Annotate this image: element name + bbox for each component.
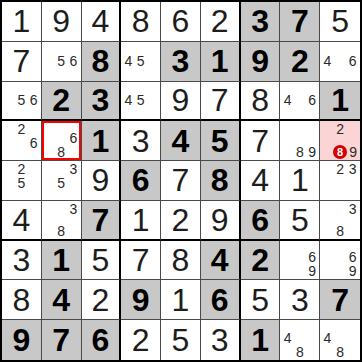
- given-digit: 1: [251, 324, 269, 356]
- candidate-empty: [321, 242, 334, 251]
- cell-r1c3[interactable]: 4: [82, 2, 122, 42]
- entered-digit: 1: [172, 284, 190, 316]
- cell-r6c1[interactable]: 4: [2, 201, 42, 241]
- candidate-9: 9: [306, 264, 318, 278]
- candidates: 23: [321, 162, 359, 199]
- entered-digit: 4: [92, 5, 110, 37]
- candidate-3: 3: [346, 162, 359, 176]
- candidate-empty: [28, 122, 40, 136]
- cell-r3c9[interactable]: 1: [320, 82, 360, 122]
- candidate-empty: [55, 131, 67, 145]
- entered-digit: 3: [132, 125, 150, 157]
- candidate-empty: [347, 122, 359, 136]
- candidate-empty: [294, 242, 306, 251]
- candidates: 48: [281, 321, 318, 359]
- candidate-empty: [294, 122, 306, 133]
- cell-r9c8[interactable]: 48: [280, 320, 320, 360]
- cell-r5c1[interactable]: 25: [2, 161, 42, 201]
- given-digit: 7: [291, 5, 309, 37]
- candidate-6: 6: [306, 93, 318, 107]
- candidate-3: 3: [346, 202, 359, 216]
- candidate-empty: [321, 250, 334, 264]
- candidate-empty: [28, 162, 40, 176]
- cell-r9c5[interactable]: 5: [161, 320, 201, 360]
- candidates: 56: [3, 83, 40, 119]
- candidate-empty: [281, 134, 293, 145]
- entered-digit: 8: [251, 84, 269, 116]
- given-digit: 4: [211, 244, 229, 276]
- candidates: 69: [321, 242, 359, 279]
- cell-r7c5[interactable]: 8: [161, 241, 201, 281]
- candidate-empty: [67, 145, 79, 159]
- candidate-2: 2: [334, 162, 347, 176]
- given-digit: 7: [331, 284, 349, 316]
- candidate-empty: [294, 331, 306, 345]
- candidate-5: 5: [55, 176, 67, 190]
- entered-digit: 1: [12, 5, 30, 37]
- candidate-empty: [334, 250, 347, 264]
- cell-r9c1[interactable]: 9: [2, 320, 42, 360]
- cell-r3c8[interactable]: 46: [280, 82, 320, 122]
- cell-r7c1[interactable]: 3: [2, 241, 42, 281]
- entered-digit: 8: [172, 244, 190, 276]
- candidate-empty: [147, 93, 159, 107]
- candidates: 69: [281, 242, 318, 279]
- candidate-empty: [321, 224, 334, 238]
- candidate-6: 6: [306, 250, 318, 264]
- candidate-empty: [15, 190, 27, 199]
- candidate-empty: [55, 68, 67, 79]
- cell-r2c3[interactable]: 8: [82, 42, 122, 82]
- cell-r3c1[interactable]: 56: [2, 82, 42, 122]
- candidates: 26: [3, 122, 40, 159]
- given-digit: 6: [251, 204, 269, 236]
- candidate-empty: [3, 107, 15, 118]
- candidate-6: 6: [28, 136, 40, 150]
- entered-digit: 2: [132, 324, 150, 356]
- candidate-empty: [43, 162, 55, 176]
- cell-r6c2[interactable]: 38: [42, 201, 82, 241]
- cell-r1c2[interactable]: 9: [42, 2, 82, 42]
- cell-r6c8[interactable]: 5: [280, 201, 320, 241]
- candidate-empty: [147, 43, 159, 54]
- candidate-empty: [43, 43, 55, 54]
- candidate-empty: [43, 145, 55, 159]
- given-digit: 7: [52, 324, 70, 356]
- candidate-empty: [334, 68, 347, 79]
- candidate-empty: [43, 216, 55, 224]
- cell-r5c2[interactable]: 35: [42, 161, 82, 201]
- candidate-empty: [321, 345, 334, 359]
- given-digit: 9: [132, 284, 150, 316]
- cell-r7c7[interactable]: 2: [241, 241, 281, 281]
- candidate-empty: [346, 176, 359, 187]
- candidate-empty: [122, 107, 134, 118]
- candidate-empty: [147, 107, 159, 118]
- given-digit: 3: [172, 45, 190, 77]
- candidate-5: 5: [15, 176, 27, 190]
- cell-r8c7[interactable]: 5: [241, 280, 281, 320]
- cell-r1c6[interactable]: 2: [201, 2, 241, 42]
- cell-r4c7[interactable]: 7: [241, 121, 281, 161]
- candidate-empty: [147, 54, 159, 68]
- cell-r3c3[interactable]: 3: [82, 82, 122, 122]
- cell-r4c6[interactable]: 5: [201, 121, 241, 161]
- candidates: 46: [321, 43, 359, 80]
- candidate-empty: [281, 345, 293, 359]
- candidate-empty: [15, 136, 27, 150]
- entered-digit: 1: [132, 204, 150, 236]
- candidate-empty: [281, 242, 293, 251]
- candidate-empty: [281, 250, 293, 264]
- candidate-empty: [43, 131, 55, 145]
- candidate-6: 6: [67, 54, 79, 68]
- candidate-6: 6: [346, 54, 359, 68]
- candidate-empty: [122, 68, 134, 79]
- candidate-empty: [306, 107, 318, 118]
- given-digit: 6: [132, 164, 150, 196]
- cell-r6c6[interactable]: 9: [201, 201, 241, 241]
- cell-r4c8[interactable]: 89: [280, 121, 320, 161]
- candidate-empty: [15, 150, 27, 159]
- entered-digit: 4: [251, 164, 269, 196]
- cell-r4c5[interactable]: 4: [161, 121, 201, 161]
- candidate-empty: [294, 250, 306, 264]
- candidate-empty: [321, 216, 334, 224]
- candidate-empty: [3, 136, 15, 150]
- candidate-empty: [55, 162, 67, 176]
- cell-r2c9[interactable]: 46: [320, 42, 360, 82]
- candidate-empty: [346, 68, 359, 79]
- candidate-empty: [67, 224, 79, 238]
- candidate-empty: [3, 190, 15, 199]
- candidate-empty: [281, 145, 293, 159]
- candidate-5: 5: [15, 93, 27, 107]
- candidate-empty: [3, 93, 15, 107]
- candidate-empty: [334, 321, 347, 331]
- candidate-empty: [321, 264, 334, 278]
- candidate-empty: [334, 43, 347, 54]
- candidate-empty: [334, 264, 347, 278]
- cell-r6c5[interactable]: 2: [161, 201, 201, 241]
- cell-r6c3[interactable]: 7: [82, 201, 122, 241]
- entered-digit: 2: [92, 284, 110, 316]
- given-digit: 3: [92, 84, 110, 116]
- cell-r3c5[interactable]: 9: [161, 82, 201, 122]
- candidate-empty: [346, 216, 359, 224]
- entered-digit: 8: [132, 5, 150, 37]
- sudoku-board: 1948623757568453192465623459784612668134…: [0, 0, 362, 362]
- cell-r1c8[interactable]: 7: [280, 2, 320, 42]
- candidate-empty: [281, 107, 293, 118]
- given-digit: 9: [251, 45, 269, 77]
- cell-r2c8[interactable]: 2: [280, 42, 320, 82]
- candidates: 48: [321, 321, 359, 359]
- cell-r3c2[interactable]: 2: [42, 82, 82, 122]
- cell-r7c4[interactable]: 7: [121, 241, 161, 281]
- cell-r7c9[interactable]: 69: [320, 241, 360, 281]
- entered-digit: 7: [12, 45, 30, 77]
- cell-r1c1[interactable]: 1: [2, 2, 42, 42]
- cell-r9c6[interactable]: 3: [201, 320, 241, 360]
- candidates: 45: [122, 83, 159, 119]
- candidate-empty: [3, 122, 15, 136]
- given-digit: 8: [92, 45, 110, 77]
- cell-r5c8[interactable]: 1: [280, 161, 320, 201]
- candidate-6: 6: [28, 93, 40, 107]
- cell-r2c7[interactable]: 9: [241, 42, 281, 82]
- candidate-6: 6: [67, 131, 79, 145]
- cell-r1c4[interactable]: 8: [121, 2, 161, 42]
- entered-digit: 2: [211, 5, 229, 37]
- cell-r6c4[interactable]: 1: [121, 201, 161, 241]
- cell-r8c6[interactable]: 6: [201, 280, 241, 320]
- candidate-empty: [15, 107, 27, 118]
- candidate-9: 9: [306, 145, 318, 159]
- given-digit: 4: [172, 125, 190, 157]
- entered-digit: 6: [172, 5, 190, 37]
- candidate-empty: [334, 202, 347, 216]
- candidate-empty: [43, 190, 55, 199]
- cell-r6c9[interactable]: 38: [320, 201, 360, 241]
- cell-r7c8[interactable]: 69: [280, 241, 320, 281]
- candidate-empty: [306, 122, 318, 133]
- candidate-2: 2: [333, 122, 347, 136]
- entered-digit: 5: [291, 204, 309, 236]
- candidate-empty: [346, 321, 359, 331]
- candidate-empty: [306, 321, 318, 331]
- entered-digit: 7: [251, 125, 269, 157]
- cell-r1c9[interactable]: 5: [320, 2, 360, 42]
- candidate-empty: [321, 145, 333, 159]
- given-digit: 2: [291, 45, 309, 77]
- candidate-empty: [28, 150, 40, 159]
- cell-r9c9[interactable]: 48: [320, 320, 360, 360]
- candidates: 38: [321, 202, 359, 238]
- given-digit: 5: [211, 125, 229, 157]
- candidates: 35: [43, 162, 80, 199]
- cell-r3c6[interactable]: 7: [201, 82, 241, 122]
- cell-r7c3[interactable]: 5: [82, 241, 122, 281]
- cell-r9c3[interactable]: 6: [82, 320, 122, 360]
- candidates: 45: [122, 43, 159, 80]
- candidate-empty: [55, 202, 67, 216]
- candidate-empty: [135, 107, 147, 118]
- cell-r5c6[interactable]: 8: [201, 161, 241, 201]
- given-digit: 9: [12, 324, 30, 356]
- entered-digit: 2: [172, 204, 190, 236]
- given-digit: 6: [211, 284, 229, 316]
- candidate-8: 8: [55, 145, 67, 159]
- candidate-empty: [3, 176, 15, 190]
- candidate-empty: [281, 122, 293, 133]
- cell-r7c2[interactable]: 1: [42, 241, 82, 281]
- candidate-8-circled: 8: [333, 145, 347, 159]
- candidate-empty: [321, 202, 334, 216]
- cell-r1c7[interactable]: 3: [241, 2, 281, 42]
- cell-r2c2[interactable]: 56: [42, 42, 82, 82]
- candidate-empty: [334, 242, 347, 251]
- cell-r4c9[interactable]: 289: [320, 121, 360, 161]
- candidate-empty: [334, 176, 347, 187]
- entered-digit: 7: [132, 244, 150, 276]
- entered-digit: 9: [92, 164, 110, 196]
- candidate-empty: [294, 264, 306, 278]
- given-digit: 7: [92, 204, 110, 236]
- entered-digit: 4: [12, 204, 30, 236]
- candidate-empty: [321, 136, 333, 145]
- entered-digit: 7: [211, 84, 229, 116]
- candidate-empty: [67, 190, 79, 199]
- entered-digit: 8: [12, 284, 30, 316]
- entered-digit: 7: [172, 164, 190, 196]
- cell-r5c7[interactable]: 4: [241, 161, 281, 201]
- cell-r1c5[interactable]: 6: [161, 2, 201, 42]
- cell-r9c7[interactable]: 1: [241, 320, 281, 360]
- candidate-9: 9: [347, 145, 359, 159]
- cell-r8c3[interactable]: 2: [82, 280, 122, 320]
- entered-digit: 9: [211, 204, 229, 236]
- candidate-empty: [67, 68, 79, 79]
- candidate-empty: [321, 122, 333, 136]
- given-digit: 1: [331, 84, 349, 116]
- candidate-8: 8: [55, 224, 67, 238]
- cell-r8c2[interactable]: 4: [42, 280, 82, 320]
- cell-r4c3[interactable]: 1: [82, 121, 122, 161]
- candidate-empty: [28, 107, 40, 118]
- cell-r6c7[interactable]: 6: [241, 201, 281, 241]
- candidates: 289: [321, 122, 359, 159]
- candidate-empty: [321, 68, 334, 79]
- candidate-4: 4: [281, 331, 293, 345]
- candidate-empty: [3, 83, 15, 94]
- given-digit: 4: [52, 284, 70, 316]
- entered-digit: 5: [92, 244, 110, 276]
- candidate-9: 9: [346, 264, 359, 278]
- given-digit: 2: [52, 84, 70, 116]
- cell-r7c6[interactable]: 4: [201, 241, 241, 281]
- candidate-5: 5: [55, 54, 67, 68]
- candidate-2: 2: [15, 162, 27, 176]
- cell-r4c1[interactable]: 26: [2, 121, 42, 161]
- candidate-empty: [334, 331, 347, 345]
- entered-digit: 9: [172, 84, 190, 116]
- candidate-empty: [135, 68, 147, 79]
- entered-digit: 3: [291, 284, 309, 316]
- candidate-empty: [346, 331, 359, 345]
- cell-r5c9[interactable]: 23: [320, 161, 360, 201]
- candidate-empty: [43, 202, 55, 216]
- candidate-empty: [55, 122, 67, 131]
- candidate-empty: [294, 83, 306, 94]
- entered-digit: 3: [12, 244, 30, 276]
- cell-r3c4[interactable]: 45: [121, 82, 161, 122]
- cell-r5c5[interactable]: 7: [161, 161, 201, 201]
- candidate-empty: [28, 176, 40, 190]
- candidate-empty: [43, 224, 55, 238]
- candidate-8: 8: [294, 345, 306, 359]
- candidate-3: 3: [67, 202, 79, 216]
- candidate-empty: [28, 190, 40, 199]
- candidate-5: 5: [135, 93, 147, 107]
- cell-r8c8[interactable]: 3: [280, 280, 320, 320]
- candidate-empty: [43, 176, 55, 190]
- cell-r2c5[interactable]: 3: [161, 42, 201, 82]
- candidates: 56: [43, 43, 80, 80]
- cell-r9c2[interactable]: 7: [42, 320, 82, 360]
- cell-r8c5[interactable]: 1: [161, 280, 201, 320]
- candidate-5: 5: [135, 54, 147, 68]
- cell-r8c4[interactable]: 9: [121, 280, 161, 320]
- cell-r8c1[interactable]: 8: [2, 280, 42, 320]
- candidates: 89: [281, 122, 318, 159]
- candidates: 46: [281, 83, 318, 119]
- candidate-empty: [321, 187, 334, 198]
- entered-digit: 5: [251, 284, 269, 316]
- candidates: 68: [43, 122, 80, 159]
- cell-r3c7[interactable]: 8: [241, 82, 281, 122]
- entered-digit: 5: [172, 324, 190, 356]
- candidate-2: 2: [15, 122, 27, 136]
- cell-r5c3[interactable]: 9: [82, 161, 122, 201]
- entered-digit: 9: [52, 5, 70, 37]
- candidate-empty: [334, 54, 347, 68]
- cell-r4c4[interactable]: 3: [121, 121, 161, 161]
- cell-r2c4[interactable]: 45: [121, 42, 161, 82]
- candidates: 38: [43, 202, 80, 238]
- candidate-empty: [43, 122, 55, 131]
- cell-r8c9[interactable]: 7: [320, 280, 360, 320]
- candidate-empty: [346, 187, 359, 198]
- entered-digit: 3: [211, 324, 229, 356]
- candidate-empty: [43, 68, 55, 79]
- given-digit: 3: [251, 5, 269, 37]
- candidate-6: 6: [346, 250, 359, 264]
- candidate-3: 3: [67, 162, 79, 176]
- candidate-8: 8: [334, 224, 347, 238]
- candidate-empty: [321, 162, 334, 176]
- candidate-4: 4: [122, 93, 134, 107]
- cell-r4c2[interactable]: 68: [42, 121, 82, 161]
- candidate-4: 4: [321, 54, 334, 68]
- given-digit: 2: [251, 244, 269, 276]
- candidate-empty: [334, 187, 347, 198]
- cell-r2c1[interactable]: 7: [2, 42, 42, 82]
- candidate-4: 4: [122, 54, 134, 68]
- candidates: 25: [3, 162, 40, 199]
- candidate-empty: [306, 331, 318, 345]
- cell-r2c6[interactable]: 1: [201, 42, 241, 82]
- candidate-empty: [333, 136, 347, 145]
- candidate-empty: [3, 150, 15, 159]
- candidate-empty: [294, 107, 306, 118]
- given-digit: 8: [211, 164, 229, 196]
- given-digit: 1: [211, 45, 229, 77]
- candidate-empty: [306, 345, 318, 359]
- candidate-empty: [55, 190, 67, 199]
- candidate-empty: [346, 345, 359, 359]
- candidate-4: 4: [281, 93, 293, 107]
- cell-r5c4[interactable]: 6: [121, 161, 161, 201]
- candidate-empty: [3, 162, 15, 176]
- candidate-8: 8: [334, 345, 347, 359]
- candidate-empty: [147, 83, 159, 94]
- cell-r9c4[interactable]: 2: [121, 320, 161, 360]
- entered-digit: 1: [291, 164, 309, 196]
- given-digit: 1: [92, 125, 110, 157]
- candidate-empty: [43, 54, 55, 68]
- candidate-8: 8: [294, 145, 306, 159]
